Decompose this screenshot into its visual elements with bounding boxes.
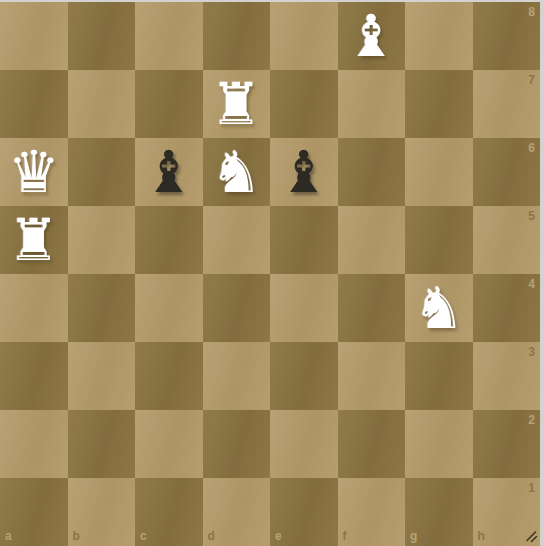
- square-f7[interactable]: [338, 70, 406, 138]
- square-f8[interactable]: ♝: [338, 2, 406, 70]
- square-f6[interactable]: [338, 138, 406, 206]
- square-b1[interactable]: b: [68, 478, 136, 546]
- square-a1[interactable]: a: [0, 478, 68, 546]
- square-e5[interactable]: [270, 206, 338, 274]
- square-a4[interactable]: [0, 274, 68, 342]
- piece-black-bishop-c6[interactable]: ♝: [135, 138, 203, 206]
- square-g7[interactable]: [405, 70, 473, 138]
- rank-label-2: 2: [528, 414, 535, 426]
- square-a8[interactable]: [0, 2, 68, 70]
- square-c2[interactable]: [135, 410, 203, 478]
- square-f3[interactable]: [338, 342, 406, 410]
- square-e4[interactable]: [270, 274, 338, 342]
- square-h2[interactable]: 2: [473, 410, 541, 478]
- file-label-a: a: [5, 530, 12, 542]
- piece-white-bishop-f8[interactable]: ♝: [338, 2, 406, 70]
- square-f2[interactable]: [338, 410, 406, 478]
- square-c1[interactable]: c: [135, 478, 203, 546]
- square-g3[interactable]: [405, 342, 473, 410]
- piece-white-rook-a5[interactable]: ♜: [0, 206, 68, 274]
- square-b7[interactable]: [68, 70, 136, 138]
- square-a3[interactable]: [0, 342, 68, 410]
- square-g5[interactable]: [405, 206, 473, 274]
- square-a6[interactable]: ♛: [0, 138, 68, 206]
- rank-label-8: 8: [528, 6, 535, 18]
- chess-board: ♝8♜7♛♝♞♝6♜5♞432abcdefg1h: [0, 2, 540, 546]
- square-f1[interactable]: f: [338, 478, 406, 546]
- square-b2[interactable]: [68, 410, 136, 478]
- file-label-d: d: [208, 530, 215, 542]
- square-e8[interactable]: [270, 2, 338, 70]
- rank-label-6: 6: [528, 142, 535, 154]
- square-h6[interactable]: 6: [473, 138, 541, 206]
- square-b5[interactable]: [68, 206, 136, 274]
- square-c4[interactable]: [135, 274, 203, 342]
- square-e2[interactable]: [270, 410, 338, 478]
- chess-app-stage: ♝8♜7♛♝♞♝6♜5♞432abcdefg1h: [0, 0, 544, 546]
- square-h4[interactable]: 4: [473, 274, 541, 342]
- square-g8[interactable]: [405, 2, 473, 70]
- piece-white-knight-d6[interactable]: ♞: [203, 138, 271, 206]
- rank-label-1: 1: [528, 482, 535, 494]
- square-a2[interactable]: [0, 410, 68, 478]
- file-label-h: h: [478, 530, 485, 542]
- file-label-b: b: [73, 530, 80, 542]
- rank-label-7: 7: [528, 74, 535, 86]
- square-h7[interactable]: 7: [473, 70, 541, 138]
- square-g2[interactable]: [405, 410, 473, 478]
- square-h3[interactable]: 3: [473, 342, 541, 410]
- square-b4[interactable]: [68, 274, 136, 342]
- rank-label-4: 4: [528, 278, 535, 290]
- square-a7[interactable]: [0, 70, 68, 138]
- square-c7[interactable]: [135, 70, 203, 138]
- square-e1[interactable]: e: [270, 478, 338, 546]
- file-label-e: e: [275, 530, 282, 542]
- rank-label-5: 5: [528, 210, 535, 222]
- square-d8[interactable]: [203, 2, 271, 70]
- square-g1[interactable]: g: [405, 478, 473, 546]
- square-d5[interactable]: [203, 206, 271, 274]
- square-e6[interactable]: ♝: [270, 138, 338, 206]
- board-resize-handle-icon[interactable]: [525, 530, 538, 543]
- piece-white-queen-a6[interactable]: ♛: [0, 138, 68, 206]
- square-c6[interactable]: ♝: [135, 138, 203, 206]
- square-d7[interactable]: ♜: [203, 70, 271, 138]
- square-h8[interactable]: 8: [473, 2, 541, 70]
- square-e7[interactable]: [270, 70, 338, 138]
- square-c5[interactable]: [135, 206, 203, 274]
- square-c8[interactable]: [135, 2, 203, 70]
- rank-label-3: 3: [528, 346, 535, 358]
- square-f4[interactable]: [338, 274, 406, 342]
- square-f5[interactable]: [338, 206, 406, 274]
- file-label-f: f: [343, 530, 347, 542]
- file-label-g: g: [410, 530, 417, 542]
- square-c3[interactable]: [135, 342, 203, 410]
- square-g4[interactable]: ♞: [405, 274, 473, 342]
- square-h5[interactable]: 5: [473, 206, 541, 274]
- square-d1[interactable]: d: [203, 478, 271, 546]
- square-d3[interactable]: [203, 342, 271, 410]
- file-label-c: c: [140, 530, 147, 542]
- square-d2[interactable]: [203, 410, 271, 478]
- piece-white-knight-g4[interactable]: ♞: [405, 274, 473, 342]
- square-d6[interactable]: ♞: [203, 138, 271, 206]
- piece-white-rook-d7[interactable]: ♜: [203, 70, 271, 138]
- square-g6[interactable]: [405, 138, 473, 206]
- square-a5[interactable]: ♜: [0, 206, 68, 274]
- square-b6[interactable]: [68, 138, 136, 206]
- piece-black-bishop-e6[interactable]: ♝: [270, 138, 338, 206]
- square-d4[interactable]: [203, 274, 271, 342]
- square-e3[interactable]: [270, 342, 338, 410]
- square-b8[interactable]: [68, 2, 136, 70]
- square-b3[interactable]: [68, 342, 136, 410]
